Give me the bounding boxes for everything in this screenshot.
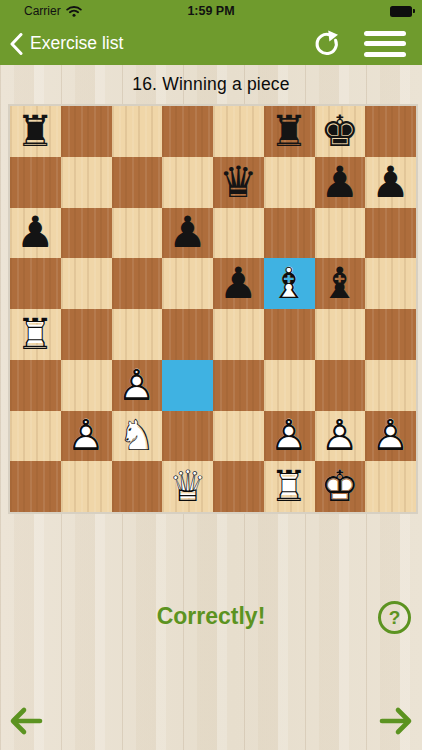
square-b5[interactable] xyxy=(61,258,112,309)
square-c5[interactable] xyxy=(112,258,163,309)
square-h3[interactable] xyxy=(365,360,416,411)
square-b2[interactable]: ♟♙ xyxy=(61,411,112,462)
right-arrow-icon xyxy=(378,703,414,739)
square-d5[interactable] xyxy=(162,258,213,309)
hamburger-bar xyxy=(364,31,406,36)
square-h4[interactable] xyxy=(365,309,416,360)
square-a7[interactable] xyxy=(10,157,61,208)
hamburger-bar xyxy=(364,41,406,46)
square-c1[interactable] xyxy=(112,461,163,512)
refresh-icon xyxy=(313,30,340,57)
piece-white-pawn[interactable]: ♟♙ xyxy=(365,411,416,462)
back-button-label: Exercise list xyxy=(30,33,123,54)
piece-white-bishop[interactable]: ♝♗ xyxy=(264,258,315,309)
square-d2[interactable] xyxy=(162,411,213,462)
square-d1[interactable]: ♛♕ xyxy=(162,461,213,512)
piece-white-king[interactable]: ♚♔ xyxy=(315,461,366,512)
square-d6[interactable]: ♟ xyxy=(162,208,213,259)
piece-black-pawn[interactable]: ♟ xyxy=(10,208,61,259)
square-h1[interactable] xyxy=(365,461,416,512)
square-f3[interactable] xyxy=(264,360,315,411)
square-c2[interactable]: ♞♘ xyxy=(112,411,163,462)
square-d7[interactable] xyxy=(162,157,213,208)
piece-black-queen[interactable]: ♛ xyxy=(213,157,264,208)
piece-white-pawn[interactable]: ♟♙ xyxy=(61,411,112,462)
piece-black-king[interactable]: ♚ xyxy=(315,106,366,157)
piece-white-queen[interactable]: ♛♕ xyxy=(162,461,213,512)
square-g3[interactable] xyxy=(315,360,366,411)
square-a5[interactable] xyxy=(10,258,61,309)
square-h2[interactable]: ♟♙ xyxy=(365,411,416,462)
piece-black-rook[interactable]: ♜ xyxy=(264,106,315,157)
square-c6[interactable] xyxy=(112,208,163,259)
square-g8[interactable]: ♚ xyxy=(315,106,366,157)
square-h7[interactable]: ♟ xyxy=(365,157,416,208)
back-chevron-icon xyxy=(10,33,23,55)
piece-black-bishop[interactable]: ♝ xyxy=(315,258,366,309)
help-button[interactable]: ? xyxy=(378,601,411,634)
square-e2[interactable] xyxy=(213,411,264,462)
piece-white-knight[interactable]: ♞♘ xyxy=(112,411,163,462)
previous-exercise-button[interactable] xyxy=(8,703,44,743)
square-f6[interactable] xyxy=(264,208,315,259)
square-g1[interactable]: ♚♔ xyxy=(315,461,366,512)
square-b1[interactable] xyxy=(61,461,112,512)
status-bar: Carrier 1:59 PM xyxy=(0,0,422,22)
chess-board: ♜♜♚♛♟♟♟♟♟♝♗♝♜♖♟♙♟♙♞♘♟♙♟♙♟♙♛♕♜♖♚♔ xyxy=(8,104,418,514)
clock-time: 1:59 PM xyxy=(0,4,422,18)
app-screen: Carrier 1:59 PM Exercise list xyxy=(0,0,422,750)
square-a6[interactable]: ♟ xyxy=(10,208,61,259)
square-g5[interactable]: ♝ xyxy=(315,258,366,309)
square-e5[interactable]: ♟ xyxy=(213,258,264,309)
square-f2[interactable]: ♟♙ xyxy=(264,411,315,462)
left-arrow-icon xyxy=(8,703,44,739)
square-d3[interactable] xyxy=(162,360,213,411)
piece-black-pawn[interactable]: ♟ xyxy=(213,258,264,309)
piece-white-pawn[interactable]: ♟♙ xyxy=(315,411,366,462)
piece-black-rook[interactable]: ♜ xyxy=(10,106,61,157)
square-a1[interactable] xyxy=(10,461,61,512)
square-h5[interactable] xyxy=(365,258,416,309)
refresh-button[interactable] xyxy=(312,30,340,58)
square-c8[interactable] xyxy=(112,106,163,157)
square-g2[interactable]: ♟♙ xyxy=(315,411,366,462)
piece-black-pawn[interactable]: ♟ xyxy=(365,157,416,208)
square-e6[interactable] xyxy=(213,208,264,259)
square-c4[interactable] xyxy=(112,309,163,360)
piece-black-pawn[interactable]: ♟ xyxy=(162,208,213,259)
square-h8[interactable] xyxy=(365,106,416,157)
square-f4[interactable] xyxy=(264,309,315,360)
piece-black-pawn[interactable]: ♟ xyxy=(315,157,366,208)
square-d4[interactable] xyxy=(162,309,213,360)
square-f5[interactable]: ♝♗ xyxy=(264,258,315,309)
square-d8[interactable] xyxy=(162,106,213,157)
back-button[interactable]: Exercise list xyxy=(10,33,123,55)
square-e7[interactable]: ♛ xyxy=(213,157,264,208)
square-c3[interactable]: ♟♙ xyxy=(112,360,163,411)
square-a2[interactable] xyxy=(10,411,61,462)
battery-icon xyxy=(390,6,412,17)
square-f8[interactable]: ♜ xyxy=(264,106,315,157)
next-exercise-button[interactable] xyxy=(378,703,414,743)
square-b8[interactable] xyxy=(61,106,112,157)
piece-white-pawn[interactable]: ♟♙ xyxy=(112,360,163,411)
square-a4[interactable]: ♜♖ xyxy=(10,309,61,360)
square-a3[interactable] xyxy=(10,360,61,411)
hamburger-bar xyxy=(364,52,406,57)
question-mark-icon: ? xyxy=(389,607,401,629)
exercise-title: 16. Winning a piece xyxy=(0,65,422,103)
hamburger-menu-button[interactable] xyxy=(364,30,406,58)
square-b4[interactable] xyxy=(61,309,112,360)
square-f1[interactable]: ♜♖ xyxy=(264,461,315,512)
square-c7[interactable] xyxy=(112,157,163,208)
square-e4[interactable] xyxy=(213,309,264,360)
nav-bar: Exercise list xyxy=(0,22,422,65)
square-h6[interactable] xyxy=(365,208,416,259)
square-e8[interactable] xyxy=(213,106,264,157)
piece-white-rook[interactable]: ♜♖ xyxy=(10,309,61,360)
piece-white-rook[interactable]: ♜♖ xyxy=(264,461,315,512)
square-e1[interactable] xyxy=(213,461,264,512)
square-b7[interactable] xyxy=(61,157,112,208)
square-e3[interactable] xyxy=(213,360,264,411)
square-a8[interactable]: ♜ xyxy=(10,106,61,157)
square-g7[interactable]: ♟ xyxy=(315,157,366,208)
square-b3[interactable] xyxy=(61,360,112,411)
square-g4[interactable] xyxy=(315,309,366,360)
square-f7[interactable] xyxy=(264,157,315,208)
piece-white-pawn[interactable]: ♟♙ xyxy=(264,411,315,462)
square-b6[interactable] xyxy=(61,208,112,259)
feedback-message: Correctly! xyxy=(0,603,422,630)
square-g6[interactable] xyxy=(315,208,366,259)
